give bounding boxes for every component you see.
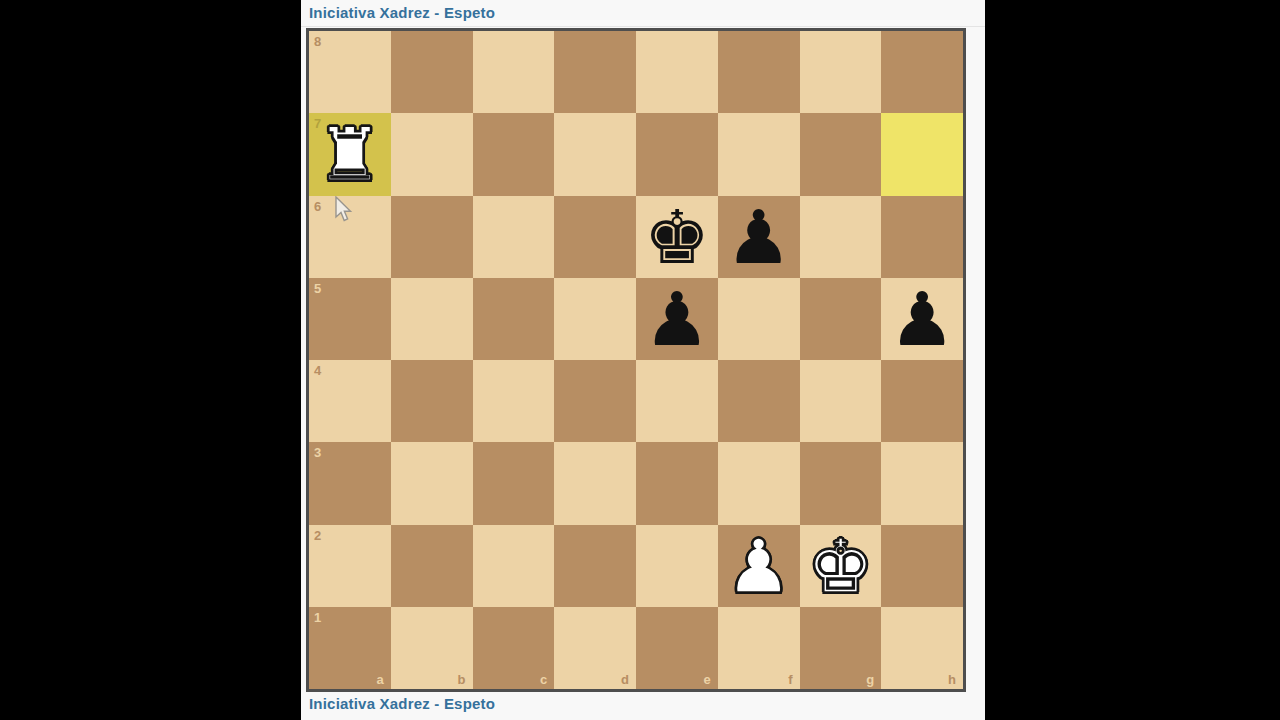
square-f5[interactable]	[718, 278, 800, 360]
square-a1[interactable]: 1a	[309, 607, 391, 689]
square-a2[interactable]: 2	[309, 525, 391, 607]
square-b7[interactable]	[391, 113, 473, 195]
square-e7[interactable]	[636, 113, 718, 195]
square-h7[interactable]	[881, 113, 963, 195]
white-rook-a7[interactable]: ♜	[309, 113, 391, 195]
square-a8[interactable]: 8	[309, 31, 391, 113]
square-b4[interactable]	[391, 360, 473, 442]
file-label-b: b	[458, 672, 466, 687]
video-frame: Iniciativa Xadrez - Espeto 87♜6♚♟5♟♟432♟…	[0, 0, 1280, 720]
black-pawn-e5[interactable]: ♟	[636, 278, 718, 360]
square-c3[interactable]	[473, 442, 555, 524]
file-label-h: h	[948, 672, 956, 687]
square-c7[interactable]	[473, 113, 555, 195]
letterbox-left	[0, 0, 301, 720]
square-f3[interactable]	[718, 442, 800, 524]
square-g7[interactable]	[800, 113, 882, 195]
square-f7[interactable]	[718, 113, 800, 195]
square-d1[interactable]: d	[554, 607, 636, 689]
square-e8[interactable]	[636, 31, 718, 113]
square-d5[interactable]	[554, 278, 636, 360]
square-g2[interactable]: ♚	[800, 525, 882, 607]
mouse-cursor-icon	[334, 196, 354, 224]
square-f1[interactable]: f	[718, 607, 800, 689]
square-e2[interactable]	[636, 525, 718, 607]
square-h1[interactable]: h	[881, 607, 963, 689]
white-king-g2[interactable]: ♚	[800, 525, 882, 607]
page-title-top: Iniciativa Xadrez - Espeto	[301, 0, 985, 27]
rank-label-8: 8	[314, 34, 321, 49]
square-c2[interactable]	[473, 525, 555, 607]
content-area: Iniciativa Xadrez - Espeto 87♜6♚♟5♟♟432♟…	[301, 0, 985, 720]
letterbox-right	[985, 0, 1280, 720]
square-b6[interactable]	[391, 196, 473, 278]
square-d3[interactable]	[554, 442, 636, 524]
square-c4[interactable]	[473, 360, 555, 442]
square-a3[interactable]: 3	[309, 442, 391, 524]
square-e4[interactable]	[636, 360, 718, 442]
file-label-c: c	[540, 672, 547, 687]
square-a7[interactable]: 7♜	[309, 113, 391, 195]
black-pawn-f6[interactable]: ♟	[718, 196, 800, 278]
white-pawn-f2[interactable]: ♟	[718, 525, 800, 607]
black-pawn-h5[interactable]: ♟	[881, 278, 963, 360]
chess-board[interactable]: 87♜6♚♟5♟♟432♟♚1abcdefgh	[306, 28, 966, 692]
rank-label-6: 6	[314, 199, 321, 214]
square-e3[interactable]	[636, 442, 718, 524]
rank-label-4: 4	[314, 363, 321, 378]
square-c6[interactable]	[473, 196, 555, 278]
square-h5[interactable]: ♟	[881, 278, 963, 360]
rank-label-1: 1	[314, 610, 321, 625]
square-c5[interactable]	[473, 278, 555, 360]
square-h8[interactable]	[881, 31, 963, 113]
square-e5[interactable]: ♟	[636, 278, 718, 360]
square-f2[interactable]: ♟	[718, 525, 800, 607]
square-d7[interactable]	[554, 113, 636, 195]
rank-label-2: 2	[314, 528, 321, 543]
square-b8[interactable]	[391, 31, 473, 113]
square-f4[interactable]	[718, 360, 800, 442]
square-d2[interactable]	[554, 525, 636, 607]
square-d4[interactable]	[554, 360, 636, 442]
square-e1[interactable]: e	[636, 607, 718, 689]
square-g5[interactable]	[800, 278, 882, 360]
square-b2[interactable]	[391, 525, 473, 607]
square-d8[interactable]	[554, 31, 636, 113]
square-b3[interactable]	[391, 442, 473, 524]
square-b1[interactable]: b	[391, 607, 473, 689]
square-f6[interactable]: ♟	[718, 196, 800, 278]
file-label-d: d	[621, 672, 629, 687]
square-h4[interactable]	[881, 360, 963, 442]
rank-label-5: 5	[314, 281, 321, 296]
square-g6[interactable]	[800, 196, 882, 278]
square-b5[interactable]	[391, 278, 473, 360]
square-h3[interactable]	[881, 442, 963, 524]
square-h2[interactable]	[881, 525, 963, 607]
square-g1[interactable]: g	[800, 607, 882, 689]
square-d6[interactable]	[554, 196, 636, 278]
square-g8[interactable]	[800, 31, 882, 113]
square-e6[interactable]: ♚	[636, 196, 718, 278]
square-c1[interactable]: c	[473, 607, 555, 689]
square-g4[interactable]	[800, 360, 882, 442]
square-a4[interactable]: 4	[309, 360, 391, 442]
rank-label-3: 3	[314, 445, 321, 460]
square-a5[interactable]: 5	[309, 278, 391, 360]
black-king-e6[interactable]: ♚	[636, 196, 718, 278]
file-label-e: e	[704, 672, 711, 687]
square-h6[interactable]	[881, 196, 963, 278]
square-f8[interactable]	[718, 31, 800, 113]
square-c8[interactable]	[473, 31, 555, 113]
file-label-g: g	[866, 672, 874, 687]
page-title-bottom: Iniciativa Xadrez - Espeto	[309, 695, 495, 712]
file-label-f: f	[788, 672, 792, 687]
file-label-a: a	[377, 672, 384, 687]
square-g3[interactable]	[800, 442, 882, 524]
